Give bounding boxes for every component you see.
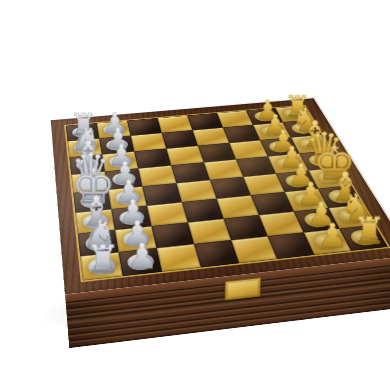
square-c4r8-brown <box>194 240 239 267</box>
square-c6r3-gold <box>229 140 268 159</box>
square-c6r8-brown <box>268 232 315 259</box>
square-c2r8-brown: ♟ <box>119 248 162 276</box>
silver-pawn-glyph: ♟ <box>127 240 158 273</box>
square-c1r8-gold: ♜ <box>80 252 122 280</box>
square-c5r5-brown <box>210 177 251 199</box>
silver-rook-glyph: ♜ <box>86 241 121 278</box>
gold-rook-glyph: ♜ <box>353 213 386 248</box>
wooden-chess-case: ♜♟♟♜♞♟♟♞♝♟♟♝♛♟♟♛♚♟♟♚♝♟♟♝♞♟♟♞♜♟♟♜ <box>51 98 390 294</box>
square-c4r6-brown <box>182 199 224 223</box>
chess-board: ♜♟♟♜♞♟♟♞♝♟♟♝♛♟♟♛♚♟♟♚♝♟♟♝♞♟♟♞♜♟♟♜ <box>64 105 390 282</box>
square-c3r8-gold <box>157 244 201 272</box>
brass-latch <box>225 277 262 301</box>
square-c4r4-brown <box>171 162 210 183</box>
square-c3r4-gold <box>138 165 176 186</box>
gold-pawn-glyph: ♟ <box>317 220 347 252</box>
square-c6r6-brown <box>251 192 294 215</box>
square-c6r4-brown <box>236 156 276 176</box>
chess-set-product-photo: ♜♟♟♜♞♟♟♞♝♟♟♝♛♟♟♛♚♟♟♚♝♟♟♝♞♟♟♞♜♟♟♜ <box>0 0 390 390</box>
photo-scene: ♜♟♟♜♞♟♟♞♝♟♟♝♛♟♟♛♚♟♟♚♝♟♟♝♞♟♟♞♜♟♟♜ <box>0 0 390 390</box>
